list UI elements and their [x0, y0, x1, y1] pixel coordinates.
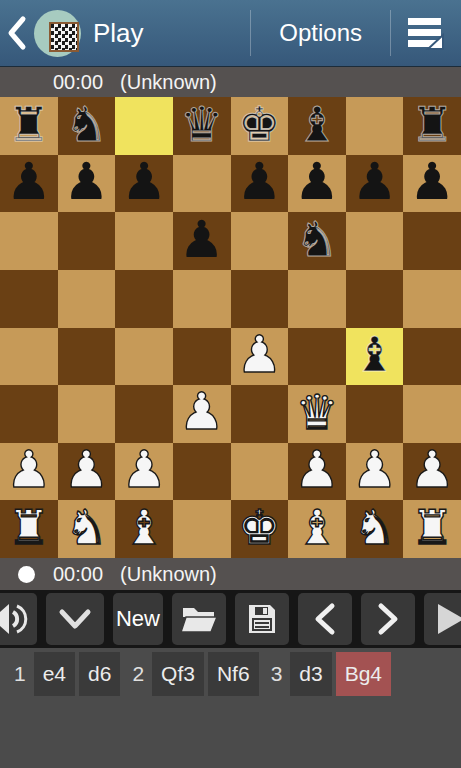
piece-white-knight: ♞	[65, 503, 108, 551]
square-b7[interactable]: ♟	[58, 155, 116, 213]
square-f6[interactable]: ♞	[288, 212, 346, 270]
piece-white-bishop: ♝	[123, 503, 166, 551]
piece-black-pawn: ♟	[6, 156, 52, 207]
square-e2[interactable]	[231, 443, 289, 501]
square-a8[interactable]: ♜	[0, 97, 58, 155]
new-button[interactable]: New	[113, 593, 163, 645]
action-bar: Play Options	[0, 0, 461, 67]
square-d6[interactable]: ♟	[173, 212, 231, 270]
square-f8[interactable]: ♝	[288, 97, 346, 155]
move-chip[interactable]: Qf3	[152, 652, 204, 696]
square-a3[interactable]	[0, 385, 58, 443]
piece-white-pawn: ♟	[6, 444, 52, 495]
piece-black-bishop: ♝	[353, 330, 396, 378]
square-d4[interactable]	[173, 328, 231, 386]
square-c7[interactable]: ♟	[115, 155, 173, 213]
white-player-name: (Unknown)	[120, 563, 217, 586]
square-b6[interactable]	[58, 212, 116, 270]
open-button[interactable]	[172, 593, 226, 645]
back-chevron-icon	[7, 15, 27, 51]
square-f3[interactable]: ♛	[288, 385, 346, 443]
piece-black-pawn: ♟	[179, 214, 225, 265]
move-list-area: 1e4d62Qf3Nf63d3Bg4	[0, 648, 461, 768]
square-h8[interactable]: ♜	[403, 97, 461, 155]
page-title: Play	[93, 18, 144, 49]
piece-black-pawn: ♟	[121, 156, 167, 207]
black-player-name: (Unknown)	[120, 71, 217, 94]
square-g4[interactable]: ♝	[346, 328, 404, 386]
chevron-right-icon	[376, 602, 400, 636]
square-h7[interactable]: ♟	[403, 155, 461, 213]
move-chip[interactable]: d3	[290, 652, 331, 696]
square-b8[interactable]: ♞	[58, 97, 116, 155]
chevron-down-icon	[58, 607, 92, 631]
square-g1[interactable]: ♞	[346, 500, 404, 558]
square-c5[interactable]	[115, 270, 173, 328]
square-b4[interactable]	[58, 328, 116, 386]
square-e8[interactable]: ♚	[231, 97, 289, 155]
move-number: 1	[6, 652, 34, 696]
white-player-indicator	[18, 566, 35, 583]
play-button[interactable]	[424, 593, 461, 645]
square-d2[interactable]	[173, 443, 231, 501]
square-h5[interactable]	[403, 270, 461, 328]
square-g2[interactable]: ♟	[346, 443, 404, 501]
speaker-icon	[0, 601, 31, 637]
chess-board: ♜♞♛♚♝♜♟♟♟♟♟♟♟♟♞♟♝♟♛♟♟♟♟♟♟♜♞♝♚♝♞♜	[0, 97, 461, 558]
piece-white-pawn: ♟	[179, 386, 225, 437]
new-button-label: New	[116, 606, 160, 632]
move-number: 3	[263, 652, 291, 696]
piece-white-pawn: ♟	[236, 329, 282, 380]
piece-white-bishop: ♝	[295, 503, 338, 551]
square-d5[interactable]	[173, 270, 231, 328]
square-b5[interactable]	[58, 270, 116, 328]
square-c8[interactable]	[115, 97, 173, 155]
piece-black-knight: ♞	[295, 215, 338, 263]
square-a4[interactable]	[0, 328, 58, 386]
square-g8[interactable]	[346, 97, 404, 155]
square-f5[interactable]	[288, 270, 346, 328]
piece-white-knight: ♞	[353, 503, 396, 551]
save-button[interactable]	[235, 593, 289, 645]
piece-white-rook: ♜	[411, 503, 454, 551]
move-chip[interactable]: e4	[34, 652, 75, 696]
square-e4[interactable]: ♟	[231, 328, 289, 386]
square-f1[interactable]: ♝	[288, 500, 346, 558]
square-d7[interactable]	[173, 155, 231, 213]
piece-black-pawn: ♟	[352, 156, 398, 207]
square-f2[interactable]: ♟	[288, 443, 346, 501]
square-g5[interactable]	[346, 270, 404, 328]
square-b2[interactable]: ♟	[58, 443, 116, 501]
square-c1[interactable]: ♝	[115, 500, 173, 558]
square-h1[interactable]: ♜	[403, 500, 461, 558]
square-c6[interactable]	[115, 212, 173, 270]
piece-white-pawn: ♟	[352, 444, 398, 495]
piece-black-rook: ♜	[7, 100, 50, 148]
piece-black-pawn: ♟	[64, 156, 110, 207]
square-d3[interactable]: ♟	[173, 385, 231, 443]
move-chip[interactable]: d6	[79, 652, 120, 696]
square-g3[interactable]	[346, 385, 404, 443]
move-number: 2	[124, 652, 152, 696]
toolbar: New	[0, 590, 461, 648]
piece-white-queen: ♛	[295, 388, 338, 436]
square-g7[interactable]: ♟	[346, 155, 404, 213]
square-a7[interactable]: ♟	[0, 155, 58, 213]
piece-white-pawn: ♟	[409, 444, 455, 495]
menu-lines-icon	[407, 15, 445, 51]
square-e7[interactable]: ♟	[231, 155, 289, 213]
floppy-icon	[246, 603, 278, 635]
black-clock-bar: 00:00 (Unknown)	[0, 67, 461, 97]
app-chessboard-icon	[34, 10, 81, 57]
square-b3[interactable]	[58, 385, 116, 443]
black-clock-time: 00:00	[53, 71, 103, 94]
piece-white-pawn: ♟	[64, 444, 110, 495]
move-chip[interactable]: Bg4	[336, 652, 391, 696]
square-e3[interactable]	[231, 385, 289, 443]
square-f4[interactable]	[288, 328, 346, 386]
piece-black-bishop: ♝	[295, 100, 338, 148]
options-button[interactable]: Options	[251, 0, 390, 66]
back-button[interactable]	[0, 0, 34, 66]
square-e1[interactable]: ♚	[231, 500, 289, 558]
piece-black-king: ♚	[238, 100, 281, 148]
menu-button[interactable]	[391, 0, 461, 66]
piece-black-knight: ♞	[65, 100, 108, 148]
square-h2[interactable]: ♟	[403, 443, 461, 501]
move-chip[interactable]: Nf6	[208, 652, 259, 696]
square-e5[interactable]	[231, 270, 289, 328]
square-g6[interactable]	[346, 212, 404, 270]
piece-white-rook: ♜	[7, 503, 50, 551]
dropdown-button[interactable]	[46, 593, 104, 645]
square-h6[interactable]	[403, 212, 461, 270]
mini-chessboard	[49, 22, 79, 52]
volume-button[interactable]	[0, 593, 37, 645]
square-f7[interactable]: ♟	[288, 155, 346, 213]
square-e6[interactable]	[231, 212, 289, 270]
square-c4[interactable]	[115, 328, 173, 386]
folder-open-icon	[180, 603, 218, 635]
square-a6[interactable]	[0, 212, 58, 270]
square-c3[interactable]	[115, 385, 173, 443]
white-clock-time: 00:00	[53, 563, 103, 586]
play-icon	[437, 603, 461, 635]
square-c2[interactable]: ♟	[115, 443, 173, 501]
square-d8[interactable]: ♛	[173, 97, 231, 155]
square-b1[interactable]: ♞	[58, 500, 116, 558]
piece-black-pawn: ♟	[409, 156, 455, 207]
piece-black-rook: ♜	[411, 100, 454, 148]
black-player-indicator	[18, 74, 35, 91]
piece-black-pawn: ♟	[294, 156, 340, 207]
square-h4[interactable]	[403, 328, 461, 386]
piece-black-pawn: ♟	[236, 156, 282, 207]
square-h3[interactable]	[403, 385, 461, 443]
piece-white-king: ♚	[238, 503, 281, 551]
next-move-button[interactable]	[361, 593, 415, 645]
square-a1[interactable]: ♜	[0, 500, 58, 558]
prev-move-button[interactable]	[298, 593, 352, 645]
piece-white-pawn: ♟	[294, 444, 340, 495]
piece-white-pawn: ♟	[121, 444, 167, 495]
square-a2[interactable]: ♟	[0, 443, 58, 501]
square-d1[interactable]	[173, 500, 231, 558]
move-list: 1e4d62Qf3Nf63d3Bg4	[6, 652, 461, 696]
chevron-left-icon	[313, 602, 337, 636]
white-clock-bar: 00:00 (Unknown)	[0, 558, 461, 590]
piece-black-queen: ♛	[180, 100, 223, 148]
square-a5[interactable]	[0, 270, 58, 328]
